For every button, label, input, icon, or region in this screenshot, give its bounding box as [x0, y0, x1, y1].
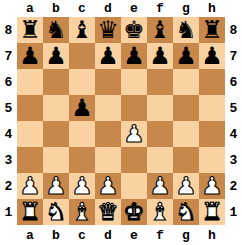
square-b8[interactable]: ♞ — [43, 17, 69, 43]
black-pawn-c5: ♟ — [71, 95, 93, 121]
square-e5[interactable] — [121, 95, 147, 121]
black-pawn-g7: ♟ — [175, 43, 197, 69]
square-c3[interactable] — [69, 147, 95, 173]
corner-top-right — [225, 0, 242, 17]
rank-label-1-left: 1 — [0, 199, 17, 225]
black-rook-h8: ♜ — [201, 17, 223, 43]
square-a1[interactable]: ♜ — [17, 199, 43, 225]
square-b3[interactable] — [43, 147, 69, 173]
file-label-e-top: e — [121, 0, 147, 17]
rank-label-5-left: 5 — [0, 95, 17, 121]
square-c1[interactable]: ♝ — [69, 199, 95, 225]
square-f1[interactable]: ♝ — [147, 199, 173, 225]
square-f6[interactable] — [147, 69, 173, 95]
rank-label-5-right: 5 — [225, 95, 242, 121]
black-bishop-c8: ♝ — [71, 17, 93, 43]
white-bishop-f1: ♝ — [149, 199, 171, 225]
corner-bottom-left — [0, 225, 17, 245]
black-pawn-b7: ♟ — [45, 43, 67, 69]
black-pawn-f7: ♟ — [149, 43, 171, 69]
white-king-e1: ♚ — [123, 199, 145, 225]
corner-top-left — [0, 0, 17, 17]
square-g7[interactable]: ♟ — [173, 43, 199, 69]
square-e4[interactable]: ♟ — [121, 121, 147, 147]
file-label-f-bottom: f — [147, 225, 173, 245]
square-e1[interactable]: ♚ — [121, 199, 147, 225]
square-c5[interactable]: ♟ — [69, 95, 95, 121]
square-b4[interactable] — [43, 121, 69, 147]
white-pawn-e4: ♟ — [123, 121, 145, 147]
square-h7[interactable]: ♟ — [199, 43, 225, 69]
rank-label-1-right: 1 — [225, 199, 242, 225]
white-knight-g1: ♞ — [175, 199, 197, 225]
square-c6[interactable] — [69, 69, 95, 95]
square-f3[interactable] — [147, 147, 173, 173]
chess-diagram: abcdefgh8♜♞♝♛♚♝♞♜87♟♟♟♟♟♟♟7665♟54♟4332♟♟… — [0, 0, 242, 245]
white-knight-b1: ♞ — [45, 199, 67, 225]
square-c2[interactable]: ♟ — [69, 173, 95, 199]
file-label-c-bottom: c — [69, 225, 95, 245]
white-rook-h1: ♜ — [201, 199, 223, 225]
rank-label-2-right: 2 — [225, 173, 242, 199]
black-knight-b8: ♞ — [45, 17, 67, 43]
square-c7[interactable] — [69, 43, 95, 69]
square-h8[interactable]: ♜ — [199, 17, 225, 43]
rank-label-6-right: 6 — [225, 69, 242, 95]
white-pawn-d2: ♟ — [97, 173, 119, 199]
square-b6[interactable] — [43, 69, 69, 95]
black-pawn-h7: ♟ — [201, 43, 223, 69]
file-label-b-bottom: b — [43, 225, 69, 245]
square-e3[interactable] — [121, 147, 147, 173]
square-d3[interactable] — [95, 147, 121, 173]
square-c4[interactable] — [69, 121, 95, 147]
square-a8[interactable]: ♜ — [17, 17, 43, 43]
square-a7[interactable]: ♟ — [17, 43, 43, 69]
white-pawn-a2: ♟ — [19, 173, 41, 199]
square-h1[interactable]: ♜ — [199, 199, 225, 225]
file-label-c-top: c — [69, 0, 95, 17]
square-e6[interactable] — [121, 69, 147, 95]
black-pawn-d7: ♟ — [97, 43, 119, 69]
black-pawn-e7: ♟ — [123, 43, 145, 69]
square-h3[interactable] — [199, 147, 225, 173]
square-b2[interactable]: ♟ — [43, 173, 69, 199]
white-pawn-b2: ♟ — [45, 173, 67, 199]
rank-label-2-left: 2 — [0, 173, 17, 199]
square-e8[interactable]: ♚ — [121, 17, 147, 43]
white-pawn-c2: ♟ — [71, 173, 93, 199]
file-label-f-top: f — [147, 0, 173, 17]
rank-label-3-left: 3 — [0, 147, 17, 173]
square-d2[interactable]: ♟ — [95, 173, 121, 199]
square-d4[interactable] — [95, 121, 121, 147]
file-label-h-top: h — [199, 0, 225, 17]
rank-label-4-left: 4 — [0, 121, 17, 147]
square-g2[interactable]: ♟ — [173, 173, 199, 199]
square-a3[interactable] — [17, 147, 43, 173]
square-f7[interactable]: ♟ — [147, 43, 173, 69]
black-pawn-a7: ♟ — [19, 43, 41, 69]
square-g3[interactable] — [173, 147, 199, 173]
rank-label-8-left: 8 — [0, 17, 17, 43]
square-e2[interactable] — [121, 173, 147, 199]
file-label-d-bottom: d — [95, 225, 121, 245]
square-g8[interactable]: ♞ — [173, 17, 199, 43]
square-f4[interactable] — [147, 121, 173, 147]
file-label-a-top: a — [17, 0, 43, 17]
rank-label-3-right: 3 — [225, 147, 242, 173]
rank-label-6-left: 6 — [0, 69, 17, 95]
square-b1[interactable]: ♞ — [43, 199, 69, 225]
square-g5[interactable] — [173, 95, 199, 121]
square-f8[interactable]: ♝ — [147, 17, 173, 43]
white-pawn-h2: ♟ — [201, 173, 223, 199]
square-d5[interactable] — [95, 95, 121, 121]
white-queen-d1: ♛ — [97, 199, 119, 225]
square-e7[interactable]: ♟ — [121, 43, 147, 69]
file-label-g-top: g — [173, 0, 199, 17]
square-g1[interactable]: ♞ — [173, 199, 199, 225]
square-h2[interactable]: ♟ — [199, 173, 225, 199]
white-rook-a1: ♜ — [19, 199, 41, 225]
square-d1[interactable]: ♛ — [95, 199, 121, 225]
square-f2[interactable]: ♟ — [147, 173, 173, 199]
square-d6[interactable] — [95, 69, 121, 95]
file-label-g-bottom: g — [173, 225, 199, 245]
rank-label-7-left: 7 — [0, 43, 17, 69]
square-f5[interactable] — [147, 95, 173, 121]
square-a4[interactable] — [17, 121, 43, 147]
square-h4[interactable] — [199, 121, 225, 147]
rank-label-8-right: 8 — [225, 17, 242, 43]
square-a6[interactable] — [17, 69, 43, 95]
square-h5[interactable] — [199, 95, 225, 121]
rank-label-7-right: 7 — [225, 43, 242, 69]
file-label-b-top: b — [43, 0, 69, 17]
square-a2[interactable]: ♟ — [17, 173, 43, 199]
square-g6[interactable] — [173, 69, 199, 95]
square-c8[interactable]: ♝ — [69, 17, 95, 43]
white-pawn-g2: ♟ — [175, 173, 197, 199]
square-h6[interactable] — [199, 69, 225, 95]
file-label-h-bottom: h — [199, 225, 225, 245]
black-king-e8: ♚ — [123, 17, 145, 43]
black-bishop-f8: ♝ — [149, 17, 171, 43]
black-rook-a8: ♜ — [19, 17, 41, 43]
square-d8[interactable]: ♛ — [95, 17, 121, 43]
file-label-d-top: d — [95, 0, 121, 17]
square-a5[interactable] — [17, 95, 43, 121]
file-label-e-bottom: e — [121, 225, 147, 245]
white-bishop-c1: ♝ — [71, 199, 93, 225]
rank-label-4-right: 4 — [225, 121, 242, 147]
white-pawn-f2: ♟ — [149, 173, 171, 199]
square-b7[interactable]: ♟ — [43, 43, 69, 69]
square-g4[interactable] — [173, 121, 199, 147]
black-knight-g8: ♞ — [175, 17, 197, 43]
black-queen-d8: ♛ — [97, 17, 119, 43]
corner-bottom-right — [225, 225, 242, 245]
square-d7[interactable]: ♟ — [95, 43, 121, 69]
file-label-a-bottom: a — [17, 225, 43, 245]
square-b5[interactable] — [43, 95, 69, 121]
board-grid: abcdefgh8♜♞♝♛♚♝♞♜87♟♟♟♟♟♟♟7665♟54♟4332♟♟… — [0, 0, 242, 245]
